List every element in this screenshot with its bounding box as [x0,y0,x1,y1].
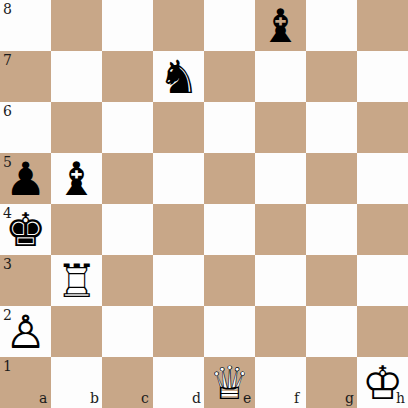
square-f3[interactable] [255,255,306,306]
square-e3[interactable] [204,255,255,306]
square-e2[interactable] [204,306,255,357]
square-h4[interactable] [357,204,408,255]
square-e6[interactable] [204,102,255,153]
square-d6[interactable] [153,102,204,153]
square-e5[interactable] [204,153,255,204]
chess-diagram: ♝♞♟♝♚♜♖♟♙♛♕♚♔ 87654321abcdefgh [0,0,408,408]
square-c7[interactable] [102,51,153,102]
square-d3[interactable] [153,255,204,306]
rank-label-6: 6 [3,104,12,118]
square-b7[interactable] [51,51,102,102]
square-g2[interactable] [306,306,357,357]
rank-label-1: 1 [3,359,12,373]
square-h5[interactable] [357,153,408,204]
square-c6[interactable] [102,102,153,153]
rank-label-3: 3 [3,257,12,271]
square-f2[interactable] [255,306,306,357]
square-b3[interactable]: ♜♖ [51,255,102,306]
file-label-c: c [141,391,149,405]
square-c4[interactable] [102,204,153,255]
black-bishop[interactable]: ♝ [51,153,102,204]
file-label-g: g [345,391,354,405]
square-d2[interactable] [153,306,204,357]
square-g5[interactable] [306,153,357,204]
square-g3[interactable] [306,255,357,306]
square-h2[interactable] [357,306,408,357]
square-h7[interactable] [357,51,408,102]
rank-label-5: 5 [3,155,12,169]
square-b4[interactable] [51,204,102,255]
file-label-e: e [243,391,251,405]
rank-label-8: 8 [3,2,12,16]
square-e8[interactable] [204,0,255,51]
rank-label-7: 7 [3,53,12,67]
file-label-h: h [396,391,405,405]
file-label-d: d [192,391,201,405]
black-bishop[interactable]: ♝ [255,0,306,51]
square-g7[interactable] [306,51,357,102]
file-label-a: a [39,391,47,405]
square-b8[interactable] [51,0,102,51]
square-f5[interactable] [255,153,306,204]
white-rook[interactable]: ♖ [51,255,102,306]
rank-label-2: 2 [3,308,12,322]
square-f4[interactable] [255,204,306,255]
square-g8[interactable] [306,0,357,51]
square-e4[interactable] [204,204,255,255]
square-c3[interactable] [102,255,153,306]
square-g4[interactable] [306,204,357,255]
black-knight[interactable]: ♞ [153,51,204,102]
chess-board: ♝♞♟♝♚♜♖♟♙♛♕♚♔ [0,0,408,408]
file-label-f: f [294,391,299,405]
square-b5[interactable]: ♝ [51,153,102,204]
square-h6[interactable] [357,102,408,153]
square-f8[interactable]: ♝ [255,0,306,51]
square-c2[interactable] [102,306,153,357]
square-g6[interactable] [306,102,357,153]
square-d5[interactable] [153,153,204,204]
file-label-b: b [90,391,99,405]
square-d4[interactable] [153,204,204,255]
square-c5[interactable] [102,153,153,204]
square-h8[interactable] [357,0,408,51]
square-b6[interactable] [51,102,102,153]
square-f7[interactable] [255,51,306,102]
square-e7[interactable] [204,51,255,102]
rank-label-4: 4 [3,206,12,220]
square-c8[interactable] [102,0,153,51]
square-d8[interactable] [153,0,204,51]
square-b2[interactable] [51,306,102,357]
square-f6[interactable] [255,102,306,153]
square-h3[interactable] [357,255,408,306]
square-d7[interactable]: ♞ [153,51,204,102]
